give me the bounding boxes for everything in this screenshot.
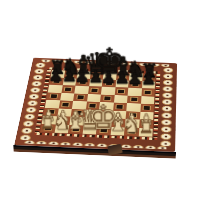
- piece-black-pawn-h7: ♟: [128, 71, 168, 88]
- board-grid: ♜♞♝♛♚♝♞♜♟♟♟♟♟♟♟♟♟♟♟♟♟♟♟♟♜♞♝♛♚♝♞♜: [40, 70, 155, 137]
- square-f6: [114, 87, 128, 95]
- square-h7: ♟: [142, 81, 156, 89]
- chess-set-scene: ♜♞♝♛♚♝♞♜♟♟♟♟♟♟♟♟♟♟♟♟♟♟♟♟♜♞♝♛♚♝♞♜: [0, 0, 200, 200]
- board-edge-right: [175, 63, 177, 160]
- piece-white-rook-h1: ♜: [127, 118, 164, 136]
- chess-board: ♜♞♝♛♚♝♞♜♟♟♟♟♟♟♟♟♟♟♟♟♟♟♟♟♜♞♝♛♚♝♞♜: [14, 58, 177, 152]
- product-photo: ♜♞♝♛♚♝♞♜♟♟♟♟♟♟♟♟♟♟♟♟♟♟♟♟♜♞♝♛♚♝♞♜: [0, 0, 200, 200]
- square-b5: [60, 93, 75, 101]
- board-edge-front: [13, 145, 176, 159]
- square-h1: ♜: [138, 128, 153, 137]
- square-g5: [127, 95, 141, 103]
